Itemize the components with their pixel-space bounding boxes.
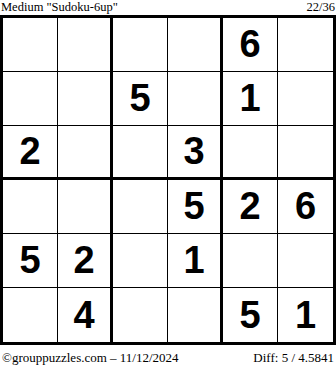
cell-r1c3-empty[interactable] xyxy=(113,18,168,72)
cell-r2c1-empty[interactable] xyxy=(3,72,58,126)
cell-r6c2-given-4: 4 xyxy=(58,288,113,342)
header: Medium "Sudoku-6up" 22/36 xyxy=(0,0,336,15)
cell-r2c4-empty[interactable] xyxy=(168,72,223,126)
cell-r3c1-given-2: 2 xyxy=(3,126,58,180)
cell-r6c1-empty[interactable] xyxy=(3,288,58,342)
cell-r4c5-given-2: 2 xyxy=(223,180,278,234)
cell-r3c3-empty[interactable] xyxy=(113,126,168,180)
cell-r4c3-empty[interactable] xyxy=(113,180,168,234)
cell-r1c2-empty[interactable] xyxy=(58,18,113,72)
cell-r2c3-given-5: 5 xyxy=(113,72,168,126)
sudoku-page: Medium "Sudoku-6up" 22/36 65123526521451… xyxy=(0,0,336,370)
cell-r2c2-empty[interactable] xyxy=(58,72,113,126)
cell-r1c4-empty[interactable] xyxy=(168,18,223,72)
cell-r4c1-empty[interactable] xyxy=(3,180,58,234)
page-title: Medium "Sudoku-6up" xyxy=(1,0,118,14)
cell-r2c6-empty[interactable] xyxy=(278,72,333,126)
cell-r5c3-empty[interactable] xyxy=(113,234,168,288)
cell-r5c4-given-1: 1 xyxy=(168,234,223,288)
difficulty-text: Diff: 5 / 4.5841 xyxy=(253,350,334,366)
puzzle-counter: 22/36 xyxy=(307,0,335,14)
cell-r6c4-empty[interactable] xyxy=(168,288,223,342)
cell-r5c2-given-2: 2 xyxy=(58,234,113,288)
footer: ©grouppuzzles.com – 11/12/2024 Diff: 5 /… xyxy=(0,348,336,368)
cell-r5c6-empty[interactable] xyxy=(278,234,333,288)
cell-r3c6-empty[interactable] xyxy=(278,126,333,180)
cell-r6c6-given-1: 1 xyxy=(278,288,333,342)
cell-r1c1-empty[interactable] xyxy=(3,18,58,72)
cell-r6c3-empty[interactable] xyxy=(113,288,168,342)
cell-r6c5-given-5: 5 xyxy=(223,288,278,342)
cell-r2c5-given-1: 1 xyxy=(223,72,278,126)
cell-r4c6-given-6: 6 xyxy=(278,180,333,234)
cell-r5c5-empty[interactable] xyxy=(223,234,278,288)
sudoku-board: 65123526521451 xyxy=(0,15,336,345)
cell-r3c4-given-3: 3 xyxy=(168,126,223,180)
cell-r3c5-empty[interactable] xyxy=(223,126,278,180)
cell-r1c5-given-6: 6 xyxy=(223,18,278,72)
cell-r1c6-empty[interactable] xyxy=(278,18,333,72)
cell-r4c4-given-5: 5 xyxy=(168,180,223,234)
cell-r4c2-empty[interactable] xyxy=(58,180,113,234)
cell-r3c2-empty[interactable] xyxy=(58,126,113,180)
cell-r5c1-given-5: 5 xyxy=(3,234,58,288)
copyright-text: ©grouppuzzles.com – 11/12/2024 xyxy=(2,350,179,366)
